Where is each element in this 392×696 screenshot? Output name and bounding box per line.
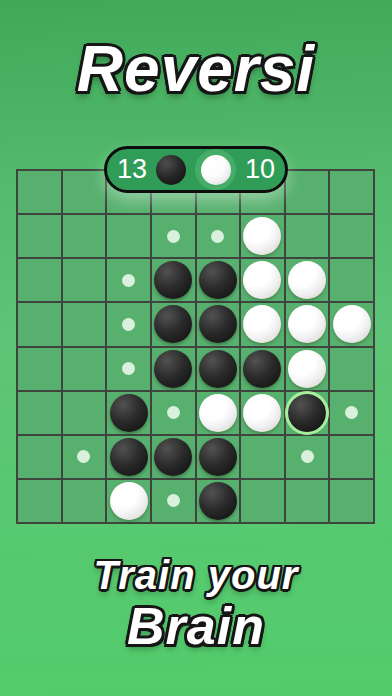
cell-c4[interactable] — [107, 303, 150, 345]
cell-d4[interactable] — [152, 303, 195, 345]
cell-h4[interactable] — [330, 303, 373, 345]
cell-d5[interactable] — [152, 348, 195, 390]
white-disc — [288, 261, 326, 299]
cell-b8[interactable] — [63, 480, 106, 522]
move-hint-dot — [345, 406, 358, 419]
cell-c6[interactable] — [107, 392, 150, 434]
cell-e8[interactable] — [197, 480, 240, 522]
cell-a2[interactable] — [18, 215, 61, 257]
cell-b2[interactable] — [63, 215, 106, 257]
black-disc — [199, 482, 237, 520]
cell-h7[interactable] — [330, 436, 373, 478]
cell-g1[interactable] — [286, 171, 329, 213]
white-disc — [288, 350, 326, 388]
cell-c5[interactable] — [107, 348, 150, 390]
cell-e2[interactable] — [197, 215, 240, 257]
cell-f2[interactable] — [241, 215, 284, 257]
black-disc — [154, 350, 192, 388]
cell-f7[interactable] — [241, 436, 284, 478]
cell-d8[interactable] — [152, 480, 195, 522]
app-title: Reversi — [0, 32, 392, 106]
score-pill: 13 10 — [104, 146, 288, 193]
cell-g3[interactable] — [286, 259, 329, 301]
cell-d3[interactable] — [152, 259, 195, 301]
cell-a3[interactable] — [18, 259, 61, 301]
move-hint-dot — [122, 318, 135, 331]
turn-indicator-halo — [195, 149, 236, 190]
app-screen: Reversi 13 10 Train your Brain — [0, 0, 392, 696]
black-disc — [199, 438, 237, 476]
black-disc — [154, 305, 192, 343]
move-hint-dot — [77, 450, 90, 463]
cell-e6[interactable] — [197, 392, 240, 434]
cell-d6[interactable] — [152, 392, 195, 434]
white-disc — [110, 482, 148, 520]
cell-f3[interactable] — [241, 259, 284, 301]
cell-a5[interactable] — [18, 348, 61, 390]
white-disc — [243, 217, 281, 255]
move-hint-dot — [122, 362, 135, 375]
white-disc — [288, 305, 326, 343]
cell-h5[interactable] — [330, 348, 373, 390]
move-hint-dot — [211, 230, 224, 243]
cell-h3[interactable] — [330, 259, 373, 301]
cell-g4[interactable] — [286, 303, 329, 345]
cell-c7[interactable] — [107, 436, 150, 478]
black-disc-icon — [156, 155, 186, 185]
cell-d2[interactable] — [152, 215, 195, 257]
cell-h1[interactable] — [330, 171, 373, 213]
white-disc — [333, 305, 371, 343]
cell-e7[interactable] — [197, 436, 240, 478]
tagline: Train your Brain — [0, 553, 392, 655]
move-hint-dot — [122, 274, 135, 287]
cell-b1[interactable] — [63, 171, 106, 213]
cell-e4[interactable] — [197, 303, 240, 345]
black-disc — [154, 438, 192, 476]
black-disc — [110, 394, 148, 432]
cell-a1[interactable] — [18, 171, 61, 213]
black-disc — [199, 261, 237, 299]
cell-h6[interactable] — [330, 392, 373, 434]
cell-f4[interactable] — [241, 303, 284, 345]
white-disc — [199, 394, 237, 432]
cell-b6[interactable] — [63, 392, 106, 434]
cell-h8[interactable] — [330, 480, 373, 522]
cell-a4[interactable] — [18, 303, 61, 345]
white-disc — [243, 261, 281, 299]
black-disc — [199, 305, 237, 343]
cell-c2[interactable] — [107, 215, 150, 257]
cell-a6[interactable] — [18, 392, 61, 434]
white-disc — [243, 394, 281, 432]
cell-e5[interactable] — [197, 348, 240, 390]
cell-c8[interactable] — [107, 480, 150, 522]
cell-b5[interactable] — [63, 348, 106, 390]
cell-a7[interactable] — [18, 436, 61, 478]
cell-e3[interactable] — [197, 259, 240, 301]
white-disc — [243, 305, 281, 343]
black-disc — [288, 394, 326, 432]
cell-f6[interactable] — [241, 392, 284, 434]
move-hint-dot — [167, 406, 180, 419]
cell-g7[interactable] — [286, 436, 329, 478]
cell-h2[interactable] — [330, 215, 373, 257]
black-disc — [154, 261, 192, 299]
cell-g8[interactable] — [286, 480, 329, 522]
tagline-line2: Brain — [0, 597, 392, 655]
cell-g6[interactable] — [286, 392, 329, 434]
black-disc — [110, 438, 148, 476]
cell-c3[interactable] — [107, 259, 150, 301]
black-disc — [243, 350, 281, 388]
move-hint-dot — [301, 450, 314, 463]
cell-g5[interactable] — [286, 348, 329, 390]
cell-b4[interactable] — [63, 303, 106, 345]
white-score: 10 — [245, 156, 275, 183]
cell-f5[interactable] — [241, 348, 284, 390]
cell-d7[interactable] — [152, 436, 195, 478]
move-hint-dot — [167, 230, 180, 243]
cell-b3[interactable] — [63, 259, 106, 301]
cell-f8[interactable] — [241, 480, 284, 522]
board — [16, 169, 375, 524]
black-disc — [199, 350, 237, 388]
move-hint-dot — [167, 494, 180, 507]
cell-a8[interactable] — [18, 480, 61, 522]
cell-g2[interactable] — [286, 215, 329, 257]
black-score: 13 — [117, 156, 147, 183]
white-disc-icon — [201, 155, 231, 185]
tagline-line1: Train your — [0, 553, 392, 597]
cell-b7[interactable] — [63, 436, 106, 478]
